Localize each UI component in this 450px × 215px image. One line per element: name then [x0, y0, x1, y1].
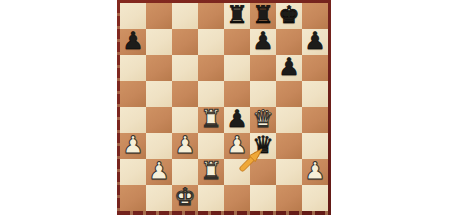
square-a6[interactable]	[120, 55, 146, 81]
border-tick-marks-left	[117, 3, 120, 211]
square-g5[interactable]	[276, 81, 302, 107]
square-h2[interactable]: ♟	[302, 159, 328, 185]
square-b8[interactable]	[146, 3, 172, 29]
square-c4[interactable]	[172, 107, 198, 133]
square-b7[interactable]	[146, 29, 172, 55]
square-e1[interactable]	[224, 185, 250, 211]
square-h5[interactable]	[302, 81, 328, 107]
square-e7[interactable]	[224, 29, 250, 55]
black-queen: ♛	[252, 132, 274, 158]
square-g3[interactable]	[276, 133, 302, 159]
square-h8[interactable]	[302, 3, 328, 29]
square-d8[interactable]	[198, 3, 224, 29]
square-g7[interactable]	[276, 29, 302, 55]
square-b6[interactable]	[146, 55, 172, 81]
square-e2[interactable]	[224, 159, 250, 185]
square-a3[interactable]: ♟	[120, 133, 146, 159]
white-queen: ♛	[252, 106, 274, 132]
square-f3[interactable]: ♛	[250, 133, 276, 159]
square-a7[interactable]: ♟	[120, 29, 146, 55]
square-c2[interactable]	[172, 159, 198, 185]
square-g4[interactable]	[276, 107, 302, 133]
square-e8[interactable]: ♜	[224, 3, 250, 29]
white-pawn: ♟	[304, 158, 326, 184]
square-c1[interactable]: ♚	[172, 185, 198, 211]
white-pawn: ♟	[226, 132, 248, 158]
black-pawn: ♟	[226, 106, 248, 132]
square-d4[interactable]: ♜	[198, 107, 224, 133]
square-d3[interactable]	[198, 133, 224, 159]
square-g6[interactable]: ♟	[276, 55, 302, 81]
square-a4[interactable]	[120, 107, 146, 133]
white-pawn: ♟	[148, 158, 170, 184]
white-pawn: ♟	[174, 132, 196, 158]
square-c8[interactable]	[172, 3, 198, 29]
square-e6[interactable]	[224, 55, 250, 81]
black-rook: ♜	[226, 2, 248, 28]
black-pawn: ♟	[304, 28, 326, 54]
square-g2[interactable]	[276, 159, 302, 185]
square-f1[interactable]	[250, 185, 276, 211]
square-g8[interactable]: ♚	[276, 3, 302, 29]
square-f7[interactable]: ♟	[250, 29, 276, 55]
black-pawn: ♟	[278, 54, 300, 80]
square-a1[interactable]	[120, 185, 146, 211]
square-e3[interactable]: ♟	[224, 133, 250, 159]
square-b5[interactable]	[146, 81, 172, 107]
white-rook: ♜	[200, 158, 222, 184]
square-c7[interactable]	[172, 29, 198, 55]
black-pawn: ♟	[122, 28, 144, 54]
black-rook: ♜	[252, 2, 274, 28]
square-b1[interactable]	[146, 185, 172, 211]
square-d5[interactable]	[198, 81, 224, 107]
square-a8[interactable]	[120, 3, 146, 29]
square-c3[interactable]: ♟	[172, 133, 198, 159]
white-rook: ♜	[200, 106, 222, 132]
square-d1[interactable]	[198, 185, 224, 211]
square-h7[interactable]: ♟	[302, 29, 328, 55]
square-b4[interactable]	[146, 107, 172, 133]
square-h1[interactable]	[302, 185, 328, 211]
square-e5[interactable]	[224, 81, 250, 107]
square-f5[interactable]	[250, 81, 276, 107]
square-a2[interactable]	[120, 159, 146, 185]
square-c6[interactable]	[172, 55, 198, 81]
square-d2[interactable]: ♜	[198, 159, 224, 185]
border-tick-marks-bottom	[120, 211, 328, 215]
square-f8[interactable]: ♜	[250, 3, 276, 29]
square-a5[interactable]	[120, 81, 146, 107]
page: { "game": "chess", "board": { "files": […	[0, 0, 450, 215]
square-g1[interactable]	[276, 185, 302, 211]
chess-board-frame: ♜♜♚♟♟♟♟♜♟♛♟♟♟♛♟♜♟♚	[117, 0, 331, 215]
chess-board: ♜♜♚♟♟♟♟♜♟♛♟♟♟♛♟♜♟♚	[120, 3, 328, 211]
square-f4[interactable]: ♛	[250, 107, 276, 133]
square-c5[interactable]	[172, 81, 198, 107]
square-b2[interactable]: ♟	[146, 159, 172, 185]
square-h6[interactable]	[302, 55, 328, 81]
white-pawn: ♟	[122, 132, 144, 158]
white-king: ♚	[174, 184, 196, 210]
black-pawn: ♟	[252, 28, 274, 54]
square-h4[interactable]	[302, 107, 328, 133]
square-f2[interactable]	[250, 159, 276, 185]
square-f6[interactable]	[250, 55, 276, 81]
square-e4[interactable]: ♟	[224, 107, 250, 133]
square-d6[interactable]	[198, 55, 224, 81]
square-b3[interactable]	[146, 133, 172, 159]
square-d7[interactable]	[198, 29, 224, 55]
black-king: ♚	[278, 2, 300, 28]
square-h3[interactable]	[302, 133, 328, 159]
